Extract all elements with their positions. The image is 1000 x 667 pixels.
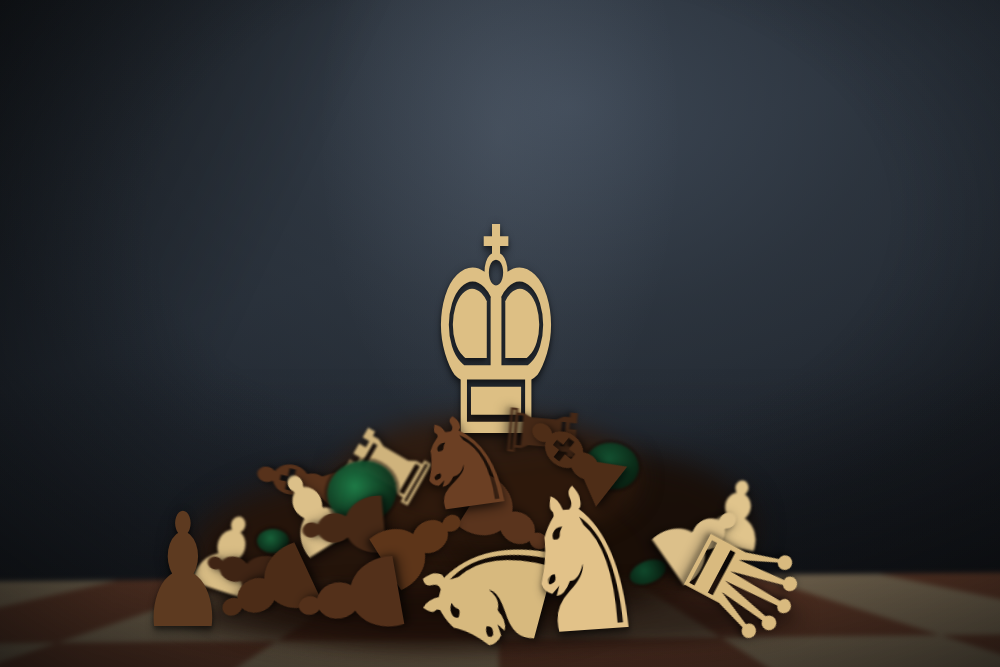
board-square: [878, 573, 1000, 633]
chess-photo-scene: ♚♟♞♝♝♟♟♟♟♟♟♞♞♜♟♟♟♛♟♜: [0, 0, 1000, 667]
top-light-beam: [0, 0, 1000, 667]
chessboard: [0, 570, 1000, 667]
board-square: [719, 635, 1000, 667]
